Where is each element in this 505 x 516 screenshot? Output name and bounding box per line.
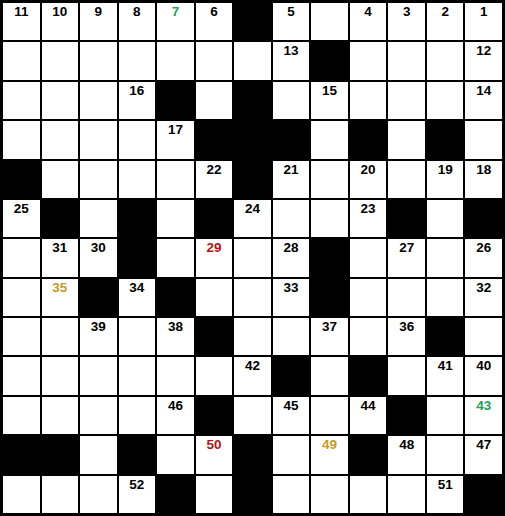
black-cell-r12c4: [157, 476, 194, 513]
clue-number-25: 25: [3, 201, 40, 216]
cell-r8c1[interactable]: [42, 318, 79, 355]
cell-r9c5[interactable]: [196, 357, 233, 394]
cell-r9c12[interactable]: 40: [465, 357, 502, 394]
clue-number-41: 41: [427, 358, 464, 373]
cell-r6c4[interactable]: [157, 239, 194, 276]
cell-r6c0[interactable]: [3, 239, 40, 276]
cell-r6c12[interactable]: 26: [465, 239, 502, 276]
cell-r6c11[interactable]: [427, 239, 464, 276]
clue-number-13: 13: [273, 43, 310, 58]
cell-r6c6[interactable]: [234, 239, 271, 276]
cell-r4c11[interactable]: 19: [427, 161, 464, 198]
cell-r2c1[interactable]: [42, 82, 79, 119]
cell-r5c7[interactable]: [273, 200, 310, 237]
cell-r2c7[interactable]: [273, 82, 310, 119]
black-cell-r3c6: [234, 121, 271, 158]
cell-r4c10[interactable]: [388, 161, 425, 198]
cell-r5c9[interactable]: 23: [350, 200, 387, 237]
black-cell-r6c8: [311, 239, 348, 276]
cell-r10c7[interactable]: 45: [273, 397, 310, 434]
cell-r7c0[interactable]: [3, 279, 40, 316]
cell-r7c11[interactable]: [427, 279, 464, 316]
cell-r8c3[interactable]: [119, 318, 156, 355]
clue-number-5: 5: [273, 4, 310, 19]
clue-number-4: 4: [350, 4, 387, 19]
clue-number-33: 33: [273, 280, 310, 295]
cell-r12c8[interactable]: [311, 476, 348, 513]
cell-r4c1[interactable]: [42, 161, 79, 198]
cell-r5c4[interactable]: [157, 200, 194, 237]
cell-r4c3[interactable]: [119, 161, 156, 198]
cell-r2c0[interactable]: [3, 82, 40, 119]
cell-r12c9[interactable]: [350, 476, 387, 513]
clue-number-38: 38: [157, 319, 194, 334]
cell-r4c2[interactable]: [80, 161, 117, 198]
clue-number-39: 39: [80, 319, 117, 334]
cell-r10c3[interactable]: [119, 397, 156, 434]
cell-r3c2[interactable]: [80, 121, 117, 158]
cell-r3c12[interactable]: [465, 121, 502, 158]
cell-r3c8[interactable]: [311, 121, 348, 158]
cell-r3c4[interactable]: 17: [157, 121, 194, 158]
clue-number-2: 2: [427, 4, 464, 19]
clue-number-19: 19: [427, 162, 464, 177]
clue-number-34: 34: [119, 280, 156, 295]
black-cell-r7c8: [311, 279, 348, 316]
cell-r3c0[interactable]: [3, 121, 40, 158]
clue-number-47: 47: [465, 437, 502, 452]
cell-r12c5[interactable]: [196, 476, 233, 513]
cell-r5c8[interactable]: [311, 200, 348, 237]
black-cell-r3c11: [427, 121, 464, 158]
cell-r4c4[interactable]: [157, 161, 194, 198]
clue-number-9: 9: [80, 4, 117, 19]
clue-number-1: 1: [465, 4, 502, 19]
cell-r5c2[interactable]: [80, 200, 117, 237]
black-cell-r5c12: [465, 200, 502, 237]
cell-r1c12[interactable]: 12: [465, 42, 502, 79]
cell-r4c5[interactable]: 22: [196, 161, 233, 198]
cell-r11c10[interactable]: 48: [388, 436, 425, 473]
cell-r1c9[interactable]: [350, 42, 387, 79]
black-cell-r11c3: [119, 436, 156, 473]
cell-r10c6[interactable]: [234, 397, 271, 434]
cell-r5c11[interactable]: [427, 200, 464, 237]
cell-r10c2[interactable]: [80, 397, 117, 434]
black-cell-r8c11: [427, 318, 464, 355]
black-cell-r1c8: [311, 42, 348, 79]
clue-number-43: 43: [465, 398, 502, 413]
cell-r6c1[interactable]: 31: [42, 239, 79, 276]
cell-r9c11[interactable]: 41: [427, 357, 464, 394]
clue-number-48: 48: [388, 437, 425, 452]
clue-number-26: 26: [465, 240, 502, 255]
black-cell-r4c0: [3, 161, 40, 198]
cell-r8c8[interactable]: 37: [311, 318, 348, 355]
cell-r2c11[interactable]: [427, 82, 464, 119]
black-cell-r3c5: [196, 121, 233, 158]
cell-r6c5[interactable]: 29: [196, 239, 233, 276]
cell-r6c10[interactable]: 27: [388, 239, 425, 276]
cell-r1c2[interactable]: [80, 42, 117, 79]
clue-number-17: 17: [157, 122, 194, 137]
cell-r2c2[interactable]: [80, 82, 117, 119]
cell-r11c8[interactable]: 49: [311, 436, 348, 473]
cell-r8c9[interactable]: [350, 318, 387, 355]
black-cell-r9c9: [350, 357, 387, 394]
cell-r12c0[interactable]: [3, 476, 40, 513]
black-cell-r11c0: [3, 436, 40, 473]
clue-number-23: 23: [350, 201, 387, 216]
cell-r2c12[interactable]: 14: [465, 82, 502, 119]
clue-number-14: 14: [465, 83, 502, 98]
cell-r4c9[interactable]: 20: [350, 161, 387, 198]
cell-r1c6[interactable]: [234, 42, 271, 79]
cell-r10c8[interactable]: [311, 397, 348, 434]
cell-r8c10[interactable]: 36: [388, 318, 425, 355]
black-cell-r10c5: [196, 397, 233, 434]
clue-number-32: 32: [465, 280, 502, 295]
cell-r9c2[interactable]: [80, 357, 117, 394]
clue-number-44: 44: [350, 398, 387, 413]
cell-r0c12[interactable]: 1: [465, 3, 502, 40]
black-cell-r3c9: [350, 121, 387, 158]
black-cell-r5c1: [42, 200, 79, 237]
clue-number-37: 37: [311, 319, 348, 334]
cell-r2c5[interactable]: [196, 82, 233, 119]
cell-r0c5[interactable]: 6: [196, 3, 233, 40]
cell-r11c11[interactable]: [427, 436, 464, 473]
cell-r8c12[interactable]: [465, 318, 502, 355]
cell-r1c7[interactable]: 13: [273, 42, 310, 79]
cell-r0c10[interactable]: 3: [388, 3, 425, 40]
black-cell-r12c12: [465, 476, 502, 513]
cell-r8c7[interactable]: [273, 318, 310, 355]
cell-r9c4[interactable]: [157, 357, 194, 394]
cell-r6c9[interactable]: [350, 239, 387, 276]
black-cell-r6c3: [119, 239, 156, 276]
cell-r3c10[interactable]: [388, 121, 425, 158]
black-cell-r12c6: [234, 476, 271, 513]
cell-r9c8[interactable]: [311, 357, 348, 394]
black-cell-r7c2: [80, 279, 117, 316]
cell-r1c11[interactable]: [427, 42, 464, 79]
cell-r7c1[interactable]: 35: [42, 279, 79, 316]
cell-r1c3[interactable]: [119, 42, 156, 79]
cell-r2c9[interactable]: [350, 82, 387, 119]
clue-number-16: 16: [119, 83, 156, 98]
black-cell-r5c5: [196, 200, 233, 237]
cell-r11c2[interactable]: [80, 436, 117, 473]
black-cell-r7c4: [157, 279, 194, 316]
cell-r3c3[interactable]: [119, 121, 156, 158]
clue-number-45: 45: [273, 398, 310, 413]
cell-r12c3[interactable]: 52: [119, 476, 156, 513]
cell-r0c9[interactable]: 4: [350, 3, 387, 40]
clue-number-15: 15: [311, 83, 348, 98]
clue-number-29: 29: [196, 240, 233, 255]
black-cell-r10c10: [388, 397, 425, 434]
cell-r2c3[interactable]: 16: [119, 82, 156, 119]
cell-r8c0[interactable]: [3, 318, 40, 355]
cell-r2c8[interactable]: 15: [311, 82, 348, 119]
cell-r9c0[interactable]: [3, 357, 40, 394]
clue-number-18: 18: [465, 162, 502, 177]
clue-number-8: 8: [119, 4, 156, 19]
cell-r7c9[interactable]: [350, 279, 387, 316]
clue-number-22: 22: [196, 162, 233, 177]
clue-number-30: 30: [80, 240, 117, 255]
clue-number-12: 12: [465, 43, 502, 58]
cell-r10c0[interactable]: [3, 397, 40, 434]
clue-number-21: 21: [273, 162, 310, 177]
clue-number-24: 24: [234, 201, 271, 216]
cell-r0c4[interactable]: 7: [157, 3, 194, 40]
cell-r4c12[interactable]: 18: [465, 161, 502, 198]
cell-r4c7[interactable]: 21: [273, 161, 310, 198]
cell-r1c5[interactable]: [196, 42, 233, 79]
cell-r8c6[interactable]: [234, 318, 271, 355]
cell-r0c7[interactable]: 5: [273, 3, 310, 40]
cell-r9c1[interactable]: [42, 357, 79, 394]
black-cell-r11c9: [350, 436, 387, 473]
black-cell-r2c4: [157, 82, 194, 119]
cell-r12c2[interactable]: [80, 476, 117, 513]
cell-r12c1[interactable]: [42, 476, 79, 513]
cell-r2c10[interactable]: [388, 82, 425, 119]
black-cell-r11c6: [234, 436, 271, 473]
clue-number-31: 31: [42, 240, 79, 255]
black-cell-r11c1: [42, 436, 79, 473]
black-cell-r9c7: [273, 357, 310, 394]
cell-r3c1[interactable]: [42, 121, 79, 158]
cell-r11c5[interactable]: 50: [196, 436, 233, 473]
black-cell-r5c10: [388, 200, 425, 237]
cell-r12c7[interactable]: [273, 476, 310, 513]
clue-number-20: 20: [350, 162, 387, 177]
cell-r9c3[interactable]: [119, 357, 156, 394]
black-cell-r0c6: [234, 3, 271, 40]
black-cell-r3c7: [273, 121, 310, 158]
clue-number-50: 50: [196, 437, 233, 452]
black-cell-r2c6: [234, 82, 271, 119]
cell-r7c10[interactable]: [388, 279, 425, 316]
cell-r0c3[interactable]: 8: [119, 3, 156, 40]
cell-r11c12[interactable]: 47: [465, 436, 502, 473]
cell-r0c2[interactable]: 9: [80, 3, 117, 40]
clue-number-46: 46: [157, 398, 194, 413]
cell-r0c8[interactable]: [311, 3, 348, 40]
cell-r10c11[interactable]: [427, 397, 464, 434]
cell-r1c0[interactable]: [3, 42, 40, 79]
clue-number-10: 10: [42, 4, 79, 19]
cell-r1c1[interactable]: [42, 42, 79, 79]
clue-number-35: 35: [42, 280, 79, 295]
black-cell-r8c5: [196, 318, 233, 355]
black-cell-r4c6: [234, 161, 271, 198]
cell-r7c7[interactable]: 33: [273, 279, 310, 316]
cell-r10c9[interactable]: 44: [350, 397, 387, 434]
cell-r12c10[interactable]: [388, 476, 425, 513]
clue-number-52: 52: [119, 477, 156, 492]
cell-r12c11[interactable]: 51: [427, 476, 464, 513]
cell-r6c2[interactable]: 30: [80, 239, 117, 276]
cell-r10c12[interactable]: 43: [465, 397, 502, 434]
cell-r4c8[interactable]: [311, 161, 348, 198]
clue-number-28: 28: [273, 240, 310, 255]
cell-r0c0[interactable]: 11: [3, 3, 40, 40]
cell-r8c2[interactable]: 39: [80, 318, 117, 355]
clue-number-40: 40: [465, 358, 502, 373]
cell-r0c1[interactable]: 10: [42, 3, 79, 40]
clue-number-7: 7: [157, 4, 194, 19]
cell-r9c6[interactable]: 42: [234, 357, 271, 394]
cell-r7c5[interactable]: [196, 279, 233, 316]
cell-r7c12[interactable]: 32: [465, 279, 502, 316]
cell-r0c11[interactable]: 2: [427, 3, 464, 40]
cell-r9c10[interactable]: [388, 357, 425, 394]
clue-number-6: 6: [196, 4, 233, 19]
cell-r1c4[interactable]: [157, 42, 194, 79]
clue-number-51: 51: [427, 477, 464, 492]
cell-r11c7[interactable]: [273, 436, 310, 473]
clue-number-49: 49: [311, 437, 348, 452]
cell-r6c7[interactable]: 28: [273, 239, 310, 276]
cell-r10c4[interactable]: 46: [157, 397, 194, 434]
cell-r8c4[interactable]: 38: [157, 318, 194, 355]
clue-number-42: 42: [234, 358, 271, 373]
cell-r10c1[interactable]: [42, 397, 79, 434]
black-cell-r5c3: [119, 200, 156, 237]
clue-number-11: 11: [3, 4, 40, 19]
crossword-grid: 1110987654321131216151417222120191825242…: [0, 0, 505, 516]
cell-r5c6[interactable]: 24: [234, 200, 271, 237]
clue-number-27: 27: [388, 240, 425, 255]
cell-r1c10[interactable]: [388, 42, 425, 79]
cell-r7c6[interactable]: [234, 279, 271, 316]
clue-number-36: 36: [388, 319, 425, 334]
cell-r7c3[interactable]: 34: [119, 279, 156, 316]
cell-r5c0[interactable]: 25: [3, 200, 40, 237]
clue-number-3: 3: [388, 4, 425, 19]
cell-r11c4[interactable]: [157, 436, 194, 473]
